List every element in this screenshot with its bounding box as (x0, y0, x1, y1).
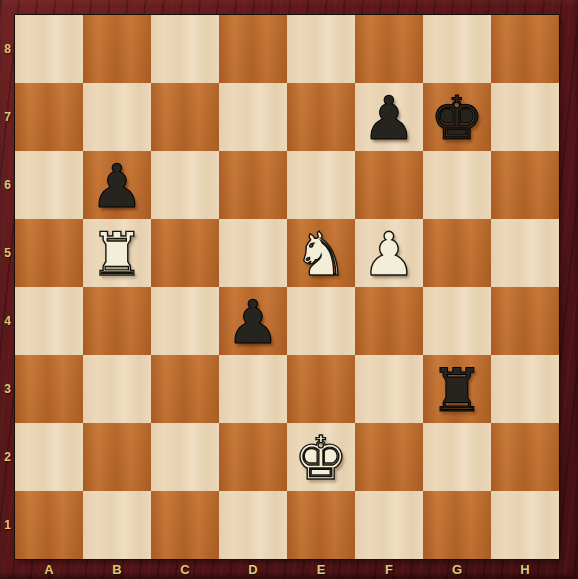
piece-white-pawn[interactable]: ♟ (355, 219, 423, 287)
square-g5[interactable] (423, 219, 491, 287)
piece-black-king[interactable]: ♚ (423, 83, 491, 151)
square-g4[interactable] (423, 287, 491, 355)
square-a3[interactable] (15, 355, 83, 423)
piece-black-pawn[interactable]: ♟ (355, 83, 423, 151)
piece-white-knight[interactable]: ♞ (287, 219, 355, 287)
square-d6[interactable] (219, 151, 287, 219)
square-g1[interactable] (423, 491, 491, 559)
rank-label-6: 6 (0, 151, 15, 219)
piece-white-king[interactable]: ♚ (287, 423, 355, 491)
square-e5[interactable]: ♞ (287, 219, 355, 287)
square-b1[interactable] (83, 491, 151, 559)
square-e2[interactable]: ♚ (287, 423, 355, 491)
piece-black-pawn[interactable]: ♟ (83, 151, 151, 219)
square-d8[interactable] (219, 15, 287, 83)
square-d4[interactable]: ♟ (219, 287, 287, 355)
square-b6[interactable]: ♟ (83, 151, 151, 219)
square-a8[interactable] (15, 15, 83, 83)
square-e6[interactable] (287, 151, 355, 219)
rank-coordinates: 87654321 (0, 15, 15, 559)
square-c2[interactable] (151, 423, 219, 491)
square-c6[interactable] (151, 151, 219, 219)
square-d5[interactable] (219, 219, 287, 287)
file-label-c: C (151, 559, 219, 579)
square-a4[interactable] (15, 287, 83, 355)
square-h8[interactable] (491, 15, 559, 83)
rank-label-4: 4 (0, 287, 15, 355)
square-c8[interactable] (151, 15, 219, 83)
chess-board: ♟♚♟♜♞♟♟♜♚ (15, 15, 559, 559)
file-label-a: A (15, 559, 83, 579)
file-label-f: F (355, 559, 423, 579)
square-h5[interactable] (491, 219, 559, 287)
square-c7[interactable] (151, 83, 219, 151)
square-g2[interactable] (423, 423, 491, 491)
square-b5[interactable]: ♜ (83, 219, 151, 287)
square-f6[interactable] (355, 151, 423, 219)
board-frame: ♟♚♟♜♞♟♟♜♚ 87654321 ABCDEFGH (0, 0, 578, 579)
file-label-b: B (83, 559, 151, 579)
square-c4[interactable] (151, 287, 219, 355)
square-e1[interactable] (287, 491, 355, 559)
square-e4[interactable] (287, 287, 355, 355)
square-a5[interactable] (15, 219, 83, 287)
square-d7[interactable] (219, 83, 287, 151)
square-f8[interactable] (355, 15, 423, 83)
piece-black-rook[interactable]: ♜ (423, 355, 491, 423)
rank-label-3: 3 (0, 355, 15, 423)
square-g3[interactable]: ♜ (423, 355, 491, 423)
square-g8[interactable] (423, 15, 491, 83)
square-b7[interactable] (83, 83, 151, 151)
square-c5[interactable] (151, 219, 219, 287)
square-a7[interactable] (15, 83, 83, 151)
rank-label-7: 7 (0, 83, 15, 151)
square-c3[interactable] (151, 355, 219, 423)
square-a1[interactable] (15, 491, 83, 559)
file-label-h: H (491, 559, 559, 579)
square-h4[interactable] (491, 287, 559, 355)
square-h3[interactable] (491, 355, 559, 423)
square-c1[interactable] (151, 491, 219, 559)
piece-white-rook[interactable]: ♜ (83, 219, 151, 287)
square-f1[interactable] (355, 491, 423, 559)
square-a2[interactable] (15, 423, 83, 491)
file-label-d: D (219, 559, 287, 579)
square-e7[interactable] (287, 83, 355, 151)
square-g7[interactable]: ♚ (423, 83, 491, 151)
square-b8[interactable] (83, 15, 151, 83)
piece-black-pawn[interactable]: ♟ (219, 287, 287, 355)
square-f7[interactable]: ♟ (355, 83, 423, 151)
square-b3[interactable] (83, 355, 151, 423)
square-h7[interactable] (491, 83, 559, 151)
square-f4[interactable] (355, 287, 423, 355)
square-h2[interactable] (491, 423, 559, 491)
square-f5[interactable]: ♟ (355, 219, 423, 287)
square-g6[interactable] (423, 151, 491, 219)
square-b4[interactable] (83, 287, 151, 355)
rank-label-1: 1 (0, 491, 15, 559)
file-label-e: E (287, 559, 355, 579)
square-a6[interactable] (15, 151, 83, 219)
square-h6[interactable] (491, 151, 559, 219)
square-d3[interactable] (219, 355, 287, 423)
square-d2[interactable] (219, 423, 287, 491)
square-e3[interactable] (287, 355, 355, 423)
square-f3[interactable] (355, 355, 423, 423)
square-d1[interactable] (219, 491, 287, 559)
file-coordinates: ABCDEFGH (15, 559, 559, 579)
square-h1[interactable] (491, 491, 559, 559)
square-b2[interactable] (83, 423, 151, 491)
square-f2[interactable] (355, 423, 423, 491)
file-label-g: G (423, 559, 491, 579)
rank-label-5: 5 (0, 219, 15, 287)
rank-label-2: 2 (0, 423, 15, 491)
rank-label-8: 8 (0, 15, 15, 83)
square-e8[interactable] (287, 15, 355, 83)
